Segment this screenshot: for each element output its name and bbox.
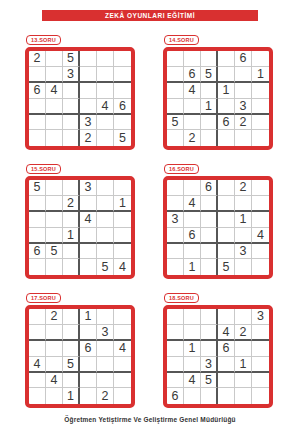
sudoku-cell-r4c2 [46,228,63,244]
sudoku-cell-r5c2: 4 [184,373,201,389]
sudoku-cell-r6c1 [29,259,46,275]
sudoku-cell-r6c6 [252,130,269,146]
sudoku-cell-r3c4: 1 [218,83,235,99]
sudoku-cell-r2c3 [201,196,218,212]
sudoku-cell-r3c1 [167,341,184,357]
sudoku-cell-r6c1 [29,388,46,404]
sudoku-cell-r6c5 [97,130,114,146]
sudoku-cell-r5c5 [97,244,114,260]
sudoku-cell-r2c2: 4 [184,196,201,212]
sudoku-cell-r3c3 [201,212,218,228]
sudoku-cell-r1c4: 1 [80,309,97,325]
sudoku-cell-r5c4 [218,244,235,260]
sudoku-cell-r1c6: 3 [252,309,269,325]
sudoku-cell-r3c4: 6 [80,341,97,357]
sudoku-cell-r4c1 [167,99,184,115]
sudoku-cell-r5c4 [218,373,235,389]
sudoku-cell-r5c6 [114,115,131,131]
sudoku-cell-r6c4 [218,388,235,404]
sudoku-cell-r5c6 [114,373,131,389]
sudoku-cell-r1c4 [218,309,235,325]
sudoku-cell-r4c5: 4 [97,99,114,115]
sudoku-cell-r3c1 [29,212,46,228]
sudoku-cell-r1c2 [184,309,201,325]
sudoku-cell-r3c6 [114,212,131,228]
sudoku-cell-r2c3: 5 [201,67,218,83]
sudoku-cell-r3c4 [218,212,235,228]
sudoku-cell-r2c5 [97,196,114,212]
sudoku-cell-r1c6 [114,51,131,67]
sudoku-cell-r5c2: 5 [46,244,63,260]
sudoku-cell-r6c2 [46,388,63,404]
sudoku-cell-r3c1: 6 [29,83,46,99]
sudoku-cell-r3c5 [97,341,114,357]
sudoku-cell-r5c1 [167,244,184,260]
sudoku-cell-r2c5 [235,196,252,212]
sudoku-cell-r3c1 [29,341,46,357]
sudoku-cell-r3c5 [97,83,114,99]
sudoku-cell-r4c3 [63,99,80,115]
sudoku-cell-r5c3 [201,244,218,260]
sudoku-cell-r1c1 [167,309,184,325]
sudoku-cell-r3c3 [201,83,218,99]
sudoku-cell-r4c6: 6 [114,99,131,115]
sudoku-cell-r5c3: 5 [201,373,218,389]
sudoku-cell-r6c3 [201,388,218,404]
sudoku-cell-r3c3 [201,341,218,357]
sudoku-cell-r5c2: 4 [46,373,63,389]
sudoku-cell-r4c6 [114,357,131,373]
sudoku-cell-r5c4 [80,373,97,389]
sudoku-cell-r4c4 [80,99,97,115]
sudoku-cell-r6c4: 2 [80,130,97,146]
sudoku-cell-r1c6 [114,180,131,196]
sudoku-cell-r6c2 [184,388,201,404]
puzzle-16: 16.SORU 6243164315 [163,157,273,279]
sudoku-cell-r6c5: 2 [97,388,114,404]
sudoku-cell-r1c5: 6 [235,51,252,67]
sudoku-cell-r2c1 [29,196,46,212]
puzzle-label: 18.SORU [164,293,199,304]
sudoku-cell-r4c5 [235,228,252,244]
puzzle-17: 17.SORU 2136445412 [25,286,135,408]
sudoku-cell-r2c2: 6 [184,67,201,83]
sudoku-cell-r5c5 [235,373,252,389]
sudoku-cell-r2c2 [46,67,63,83]
sudoku-cell-r5c5: 3 [235,244,252,260]
sudoku-cell-r5c3 [63,244,80,260]
sudoku-cell-r3c4 [80,83,97,99]
sudoku-cell-r4c6 [252,357,269,373]
sudoku-cell-r1c6 [252,51,269,67]
sudoku-cell-r3c6 [252,83,269,99]
sudoku-cell-r4c6: 4 [252,228,269,244]
sudoku-cell-r6c3 [201,130,218,146]
sudoku-cell-r1c5 [97,180,114,196]
sudoku-cell-r5c2 [184,115,201,131]
sudoku-cell-r5c2 [46,115,63,131]
sudoku-cell-r4c2 [46,357,63,373]
sudoku-cell-r4c4 [218,99,235,115]
sudoku-cell-r6c4: 5 [218,259,235,275]
sudoku-board-16: 6243164315 [163,176,273,279]
footer-title: Öğretmen Yetiştirme Ve Geliştirme Genel … [0,416,300,423]
sudoku-cell-r3c5: 1 [235,212,252,228]
sudoku-cell-r3c2: 4 [46,83,63,99]
sudoku-cell-r2c4 [80,325,97,341]
sudoku-cell-r1c1: 5 [29,180,46,196]
sudoku-cell-r2c6 [252,325,269,341]
sudoku-cell-r6c4 [80,259,97,275]
sudoku-cell-r2c6 [252,196,269,212]
puzzle-sheet: 13.SORU 2536446325 14.SORU 665141135622 … [25,28,300,408]
sudoku-cell-r6c6 [252,388,269,404]
sudoku-cell-r1c2: 2 [46,309,63,325]
sudoku-cell-r4c5 [97,357,114,373]
sudoku-cell-r2c2 [46,325,63,341]
sudoku-cell-r6c3 [63,259,80,275]
sudoku-cell-r4c4 [80,228,97,244]
sudoku-cell-r5c6 [252,244,269,260]
sudoku-cell-r4c1 [167,228,184,244]
sudoku-cell-r6c2: 1 [184,259,201,275]
sudoku-cell-r4c3: 3 [201,357,218,373]
puzzle-label: 14.SORU [164,35,199,46]
sudoku-cell-r5c5 [97,115,114,131]
sudoku-cell-r6c5 [235,130,252,146]
sudoku-cell-r4c6 [252,99,269,115]
sudoku-cell-r3c1 [167,83,184,99]
sudoku-cell-r1c3: 5 [63,51,80,67]
sudoku-cell-r4c5: 1 [235,357,252,373]
sudoku-cell-r2c4 [218,67,235,83]
sudoku-cell-r4c4 [218,228,235,244]
sudoku-cell-r3c6 [252,212,269,228]
sudoku-cell-r5c4 [80,244,97,260]
sudoku-cell-r5c3 [201,115,218,131]
sudoku-cell-r4c3: 5 [63,357,80,373]
sudoku-cell-r2c1 [167,67,184,83]
sudoku-cell-r5c2 [184,244,201,260]
sudoku-cell-r1c1 [167,180,184,196]
puzzle-18: 18.SORU 3421631456 [163,286,273,408]
sudoku-cell-r1c5 [97,51,114,67]
sudoku-cell-r4c3 [201,228,218,244]
sudoku-cell-r5c5 [97,373,114,389]
sudoku-cell-r2c6: 1 [252,67,269,83]
sudoku-cell-r6c1: 6 [167,388,184,404]
sudoku-cell-r5c1 [167,373,184,389]
sudoku-cell-r3c2 [46,341,63,357]
sudoku-cell-r5c6 [114,244,131,260]
sudoku-cell-r1c6 [252,180,269,196]
sudoku-cell-r6c2 [46,259,63,275]
sudoku-cell-r2c1 [29,325,46,341]
sudoku-cell-r6c3: 1 [63,388,80,404]
sudoku-cell-r2c3: 2 [63,196,80,212]
sudoku-board-13: 2536446325 [25,47,135,150]
sudoku-cell-r2c1 [167,196,184,212]
sudoku-cell-r6c5: 5 [97,259,114,275]
sudoku-cell-r2c5: 3 [97,325,114,341]
sudoku-cell-r3c6: 4 [114,341,131,357]
sudoku-cell-r5c5: 2 [235,115,252,131]
sudoku-board-18: 3421631456 [163,305,273,408]
sudoku-cell-r1c2 [184,180,201,196]
sudoku-cell-r6c6 [252,259,269,275]
sudoku-cell-r3c1: 3 [167,212,184,228]
sudoku-cell-r4c2 [46,99,63,115]
sudoku-cell-r5c1 [29,115,46,131]
sudoku-cell-r1c5 [235,309,252,325]
sudoku-cell-r2c3 [201,325,218,341]
sudoku-cell-r2c1 [167,325,184,341]
sudoku-cell-r2c3: 3 [63,67,80,83]
sudoku-cell-r4c1: 4 [29,357,46,373]
sudoku-cell-r4c6 [114,228,131,244]
sudoku-cell-r4c1 [29,99,46,115]
sudoku-cell-r1c6 [114,309,131,325]
sudoku-cell-r2c4 [218,196,235,212]
sudoku-cell-r4c2 [184,357,201,373]
sudoku-cell-r6c1 [29,130,46,146]
sudoku-cell-r5c3 [63,115,80,131]
puzzle-13: 13.SORU 2536446325 [25,28,135,150]
sudoku-cell-r3c3 [63,212,80,228]
sudoku-cell-r1c1 [29,309,46,325]
sudoku-cell-r6c5 [235,388,252,404]
sudoku-cell-r2c6 [114,67,131,83]
sudoku-cell-r3c2: 4 [184,83,201,99]
sudoku-cell-r3c3 [63,341,80,357]
sudoku-cell-r1c4 [80,51,97,67]
puzzle-label: 16.SORU [164,164,199,175]
sudoku-cell-r4c3: 1 [63,228,80,244]
sudoku-cell-r6c3 [63,130,80,146]
sudoku-cell-r5c1 [29,373,46,389]
sudoku-cell-r1c5: 2 [235,180,252,196]
sudoku-cell-r2c1 [29,67,46,83]
sudoku-cell-r3c5 [235,341,252,357]
sudoku-cell-r6c5 [235,259,252,275]
sudoku-cell-r6c2 [46,130,63,146]
sudoku-cell-r1c2 [46,180,63,196]
sudoku-cell-r4c2 [184,99,201,115]
sudoku-cell-r6c3 [201,259,218,275]
sudoku-cell-r5c6 [252,373,269,389]
sudoku-cell-r5c1: 5 [167,115,184,131]
sudoku-cell-r2c2 [184,325,201,341]
sudoku-cell-r4c4 [80,357,97,373]
sudoku-cell-r6c2: 2 [184,130,201,146]
header-banner: ZEKÂ OYUNLARI EĞİTİMİ [42,10,258,21]
sudoku-cell-r2c6: 1 [114,196,131,212]
sudoku-board-17: 2136445412 [25,305,135,408]
sudoku-cell-r2c6 [114,325,131,341]
sudoku-cell-r5c4: 6 [218,115,235,131]
sudoku-cell-r1c4: 3 [80,180,97,196]
sudoku-cell-r2c3 [63,325,80,341]
sudoku-cell-r4c5 [97,228,114,244]
sudoku-cell-r5c3 [63,373,80,389]
sudoku-cell-r1c1: 2 [29,51,46,67]
sudoku-cell-r6c1 [167,130,184,146]
sudoku-cell-r1c3 [63,180,80,196]
sudoku-cell-r1c4 [218,51,235,67]
puzzle-15: 15.SORU 5321416554 [25,157,135,279]
puzzle-label: 15.SORU [26,164,61,175]
sudoku-cell-r4c4 [218,357,235,373]
sudoku-cell-r5c6 [252,115,269,131]
sudoku-cell-r2c2 [46,196,63,212]
sudoku-cell-r1c3 [201,51,218,67]
sudoku-cell-r3c2 [46,212,63,228]
sudoku-board-15: 5321416554 [25,176,135,279]
sudoku-cell-r6c4 [218,130,235,146]
sudoku-cell-r2c5 [97,67,114,83]
sudoku-cell-r1c3 [63,309,80,325]
sudoku-cell-r4c1 [167,357,184,373]
sudoku-cell-r6c4 [80,388,97,404]
puzzle-14: 14.SORU 665141135622 [163,28,273,150]
sudoku-cell-r6c1 [167,259,184,275]
sudoku-cell-r1c3 [201,309,218,325]
sudoku-cell-r5c4: 3 [80,115,97,131]
sudoku-cell-r3c4: 4 [80,212,97,228]
sudoku-cell-r3c6 [252,341,269,357]
sudoku-cell-r1c5 [97,309,114,325]
sudoku-cell-r3c3 [63,83,80,99]
sudoku-cell-r4c2: 6 [184,228,201,244]
sudoku-cell-r3c4: 6 [218,341,235,357]
sudoku-cell-r4c1 [29,228,46,244]
puzzle-label: 17.SORU [26,293,61,304]
sudoku-cell-r3c2 [184,212,201,228]
sudoku-cell-r1c2 [184,51,201,67]
sudoku-cell-r1c3: 6 [201,180,218,196]
sudoku-cell-r3c5 [235,83,252,99]
sudoku-cell-r2c4 [80,67,97,83]
sudoku-cell-r1c2 [46,51,63,67]
sudoku-board-14: 665141135622 [163,47,273,150]
sudoku-cell-r3c5 [97,212,114,228]
sudoku-cell-r1c1 [167,51,184,67]
sudoku-cell-r4c5: 3 [235,99,252,115]
sudoku-cell-r5c1: 6 [29,244,46,260]
page-title: ZEKÂ OYUNLARI EĞİTİMİ [105,12,195,19]
sudoku-cell-r6c6: 4 [114,259,131,275]
sudoku-cell-r2c4 [80,196,97,212]
puzzle-label: 13.SORU [26,35,61,46]
sudoku-cell-r6c6 [114,388,131,404]
sudoku-cell-r1c4 [218,180,235,196]
sudoku-cell-r3c6 [114,83,131,99]
sudoku-cell-r4c3: 1 [201,99,218,115]
sudoku-cell-r3c2: 1 [184,341,201,357]
sudoku-cell-r2c5 [235,67,252,83]
sudoku-cell-r2c5: 2 [235,325,252,341]
sudoku-cell-r6c6: 5 [114,130,131,146]
sudoku-cell-r2c4: 4 [218,325,235,341]
